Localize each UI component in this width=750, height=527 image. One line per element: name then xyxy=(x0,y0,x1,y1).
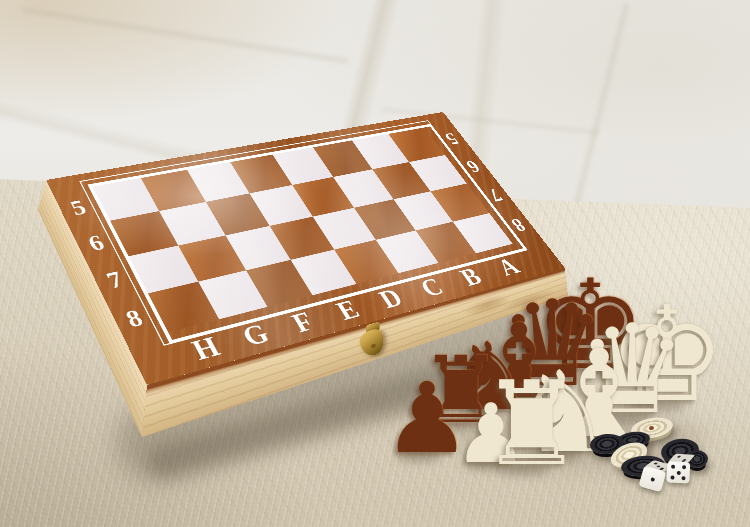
die-pip xyxy=(650,476,655,481)
die-pip xyxy=(682,466,686,470)
die-front-face xyxy=(666,461,690,483)
die-pip xyxy=(676,470,680,474)
cream-rook-piece: ♜ xyxy=(480,366,584,482)
clasp-swing-arm xyxy=(358,326,387,360)
marble-vein xyxy=(575,3,629,207)
die-2 xyxy=(666,452,694,484)
die-pip xyxy=(670,475,674,479)
die-pip xyxy=(671,465,675,469)
brass-clasp xyxy=(359,320,386,364)
die-pip xyxy=(676,456,681,459)
chess-set-product-photo: HGFEDCBA 5678 5678 ♟♜♞♝♛♚♟♜♞♝♛♚ xyxy=(0,0,750,527)
die-pip xyxy=(681,476,685,480)
checker-red-mark xyxy=(649,426,655,431)
marble-vein xyxy=(22,8,348,63)
